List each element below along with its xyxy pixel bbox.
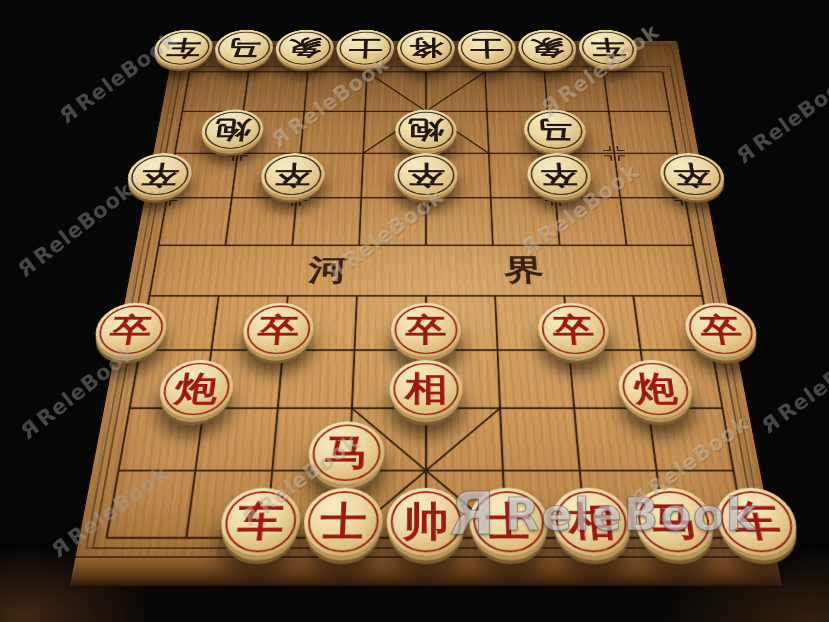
board-front-edge [70, 556, 782, 586]
piece-black-soldier[interactable]: 卒 [259, 153, 326, 197]
piece-red-soldier[interactable]: 卒 [90, 303, 170, 357]
piece-red-soldier[interactable]: 卒 [536, 303, 611, 357]
piece-character: 马 [225, 37, 262, 59]
piece-black-general[interactable]: 将 [397, 30, 456, 67]
piece-character: 卒 [107, 314, 154, 346]
watermark: RReleBook [756, 337, 829, 439]
piece-black-horse[interactable]: 马 [523, 110, 588, 151]
piece-red-elephant[interactable]: 相 [550, 488, 635, 556]
piece-red-horse[interactable]: 马 [631, 488, 719, 556]
piece-red-soldier[interactable]: 卒 [681, 303, 761, 357]
piece-character: 卒 [539, 162, 579, 188]
piece-red-elephant[interactable]: 相 [389, 360, 463, 418]
piece-red-advisor[interactable]: 士 [468, 488, 550, 556]
piece-character: 卒 [139, 162, 181, 188]
piece-character: 炮 [213, 118, 253, 142]
piece-character: 车 [236, 501, 286, 541]
piece-character: 马 [648, 501, 700, 541]
piece-character: 相 [566, 501, 616, 541]
piece-black-chariot[interactable]: 车 [577, 30, 640, 67]
piece-red-advisor[interactable]: 士 [302, 488, 384, 556]
piece-character: 车 [730, 501, 784, 541]
watermark: RReleBook [731, 67, 829, 169]
piece-red-soldier[interactable]: 卒 [240, 303, 315, 357]
relebook-logo-icon: R [54, 99, 82, 129]
piece-character: 马 [323, 434, 369, 471]
piece-character: 卒 [273, 162, 313, 188]
piece-red-cannon[interactable]: 炮 [156, 360, 237, 418]
piece-black-soldier[interactable]: 卒 [657, 153, 729, 197]
piece-black-elephant[interactable]: 象 [517, 30, 578, 67]
piece-black-cannon[interactable]: 炮 [199, 110, 266, 151]
scene: 河 界 车马象士将士象车炮炮马卒卒卒卒卒卒卒卒卒卒炮相炮马车士帅士相马车 R R… [0, 0, 829, 622]
piece-character: 卒 [697, 314, 744, 346]
piece-red-horse[interactable]: 马 [307, 421, 385, 484]
piece-character: 卒 [256, 314, 300, 346]
piece-character: 炮 [632, 372, 680, 406]
relebook-logo-icon: R [16, 415, 44, 444]
relebook-logo-icon: R [46, 533, 74, 563]
board-surface: 河 界 车马象士将士象车炮炮马卒卒卒卒卒卒卒卒卒卒炮相炮马车士帅士相马车 [76, 41, 776, 556]
piece-character: 卒 [405, 314, 447, 346]
piece-character: 卒 [551, 314, 595, 346]
piece-black-soldier[interactable]: 卒 [124, 153, 196, 197]
piece-character: 车 [590, 37, 627, 59]
piece-red-chariot[interactable]: 车 [218, 488, 303, 556]
piece-black-advisor[interactable]: 士 [457, 30, 516, 67]
xiangqi-board: 河 界 车马象士将士象车炮炮马卒卒卒卒卒卒卒卒卒卒炮相炮马车士帅士相马车 [70, 41, 782, 586]
piece-character: 士 [485, 501, 533, 541]
piece-character: 炮 [173, 372, 221, 406]
watermark-text: ReleBook [749, 67, 829, 156]
piece-black-horse[interactable]: 马 [212, 30, 275, 67]
piece-character: 士 [348, 37, 383, 59]
piece-black-soldier[interactable]: 卒 [394, 153, 458, 197]
piece-character: 车 [164, 37, 202, 59]
piece-character: 炮 [408, 118, 444, 142]
piece-character: 卒 [671, 162, 713, 188]
piece-black-cannon[interactable]: 炮 [395, 110, 457, 151]
watermark: RReleBook [13, 177, 138, 282]
watermark-text: ReleBook [774, 337, 829, 426]
piece-character: 象 [529, 37, 565, 59]
piece-black-elephant[interactable]: 象 [274, 30, 335, 67]
piece-black-soldier[interactable]: 卒 [526, 153, 593, 197]
piece-character: 帅 [403, 501, 450, 541]
piece-black-chariot[interactable]: 车 [151, 30, 216, 67]
relebook-logo-icon: R [731, 139, 759, 169]
watermark-text: ReleBook [29, 177, 137, 269]
piece-character: 将 [409, 37, 443, 59]
piece-black-advisor[interactable]: 士 [335, 30, 394, 67]
piece-red-cannon[interactable]: 炮 [616, 360, 697, 418]
piece-character: 卒 [407, 162, 445, 188]
piece-red-soldier[interactable]: 卒 [390, 303, 461, 357]
relebook-logo-icon: R [756, 409, 784, 439]
piece-red-chariot[interactable]: 车 [712, 488, 803, 556]
piece-character: 象 [287, 37, 323, 59]
piece-character: 相 [404, 372, 447, 406]
relebook-logo-icon: R [13, 253, 41, 282]
pieces-layer: 车马象士将士象车炮炮马卒卒卒卒卒卒卒卒卒卒炮相炮马车士帅士相马车 [76, 41, 776, 556]
piece-red-general[interactable]: 帅 [386, 488, 466, 556]
piece-character: 马 [536, 118, 574, 142]
piece-character: 士 [319, 501, 367, 541]
piece-character: 士 [469, 37, 504, 59]
